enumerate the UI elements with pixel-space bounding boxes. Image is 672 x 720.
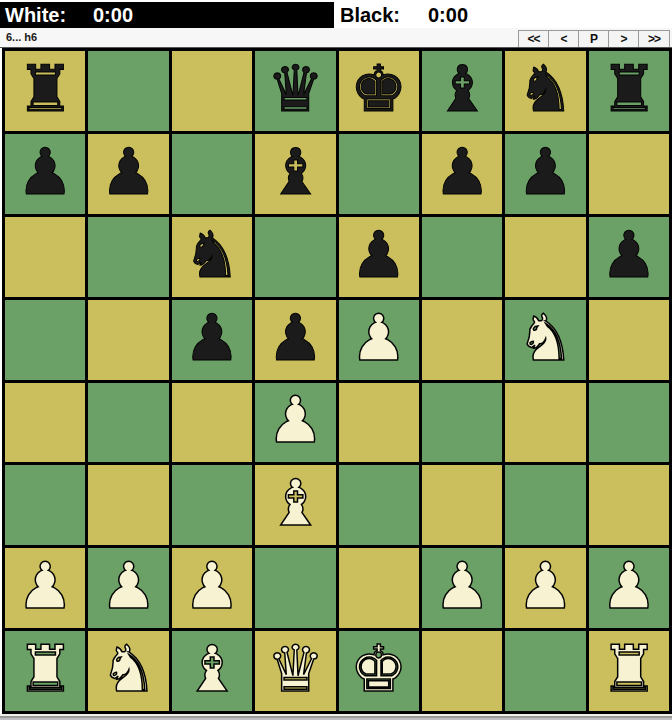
chess-board: ♜♛♚♝♞♜♟♟♝♟♟♞♟♟♟♟♟♞♟♝♟♟♟♟♟♟♜♞♝♛♚♜: [0, 48, 672, 714]
piece-white-pawn: ♟: [267, 388, 324, 452]
piece-white-bishop: ♝: [183, 637, 240, 701]
square-a6[interactable]: [5, 217, 85, 297]
square-e1[interactable]: ♚: [339, 631, 419, 711]
square-b3[interactable]: [88, 465, 168, 545]
square-a8[interactable]: ♜: [5, 51, 85, 131]
square-b2[interactable]: ♟: [88, 548, 168, 628]
square-d8[interactable]: ♛: [255, 51, 335, 131]
square-h5[interactable]: [589, 300, 669, 380]
square-f1[interactable]: [422, 631, 502, 711]
nav-prev-button[interactable]: <: [549, 31, 579, 47]
square-h2[interactable]: ♟: [589, 548, 669, 628]
piece-white-pawn: ♟: [183, 554, 240, 618]
square-e3[interactable]: [339, 465, 419, 545]
square-a7[interactable]: ♟: [5, 134, 85, 214]
piece-black-pawn: ♟: [350, 223, 407, 287]
black-clock: Black: 0:00: [334, 2, 672, 28]
square-g3[interactable]: [505, 465, 585, 545]
square-h4[interactable]: [589, 383, 669, 463]
square-c4[interactable]: [172, 383, 252, 463]
white-clock: White: 0:00: [0, 2, 334, 28]
piece-black-queen: ♛: [267, 57, 324, 121]
square-g8[interactable]: ♞: [505, 51, 585, 131]
square-f3[interactable]: [422, 465, 502, 545]
nav-last-button[interactable]: >>: [639, 31, 669, 47]
square-d4[interactable]: ♟: [255, 383, 335, 463]
square-b4[interactable]: [88, 383, 168, 463]
square-c6[interactable]: ♞: [172, 217, 252, 297]
square-a3[interactable]: [5, 465, 85, 545]
piece-white-queen: ♛: [267, 637, 324, 701]
black-clock-time: 0:00: [428, 4, 468, 27]
square-d3[interactable]: ♝: [255, 465, 335, 545]
square-g1[interactable]: [505, 631, 585, 711]
piece-black-pawn: ♟: [100, 140, 157, 204]
piece-white-pawn: ♟: [600, 554, 657, 618]
piece-black-pawn: ♟: [183, 306, 240, 370]
square-c5[interactable]: ♟: [172, 300, 252, 380]
square-h8[interactable]: ♜: [589, 51, 669, 131]
piece-white-pawn: ♟: [517, 554, 574, 618]
piece-black-bishop: ♝: [433, 57, 490, 121]
square-c1[interactable]: ♝: [172, 631, 252, 711]
piece-black-bishop: ♝: [267, 140, 324, 204]
square-e8[interactable]: ♚: [339, 51, 419, 131]
square-f2[interactable]: ♟: [422, 548, 502, 628]
square-d5[interactable]: ♟: [255, 300, 335, 380]
clock-bar: White: 0:00 Black: 0:00: [0, 0, 672, 28]
piece-white-rook: ♜: [17, 637, 74, 701]
white-clock-label: White:: [5, 4, 93, 27]
piece-white-knight: ♞: [100, 637, 157, 701]
square-c8[interactable]: [172, 51, 252, 131]
nav-play-button[interactable]: P: [579, 31, 609, 47]
piece-black-king: ♚: [350, 57, 407, 121]
piece-black-rook: ♜: [600, 57, 657, 121]
square-c7[interactable]: [172, 134, 252, 214]
piece-black-pawn: ♟: [517, 140, 574, 204]
square-h6[interactable]: ♟: [589, 217, 669, 297]
square-d1[interactable]: ♛: [255, 631, 335, 711]
nav-first-button[interactable]: <<: [519, 31, 549, 47]
square-a5[interactable]: [5, 300, 85, 380]
piece-black-pawn: ♟: [433, 140, 490, 204]
square-b6[interactable]: [88, 217, 168, 297]
square-e7[interactable]: [339, 134, 419, 214]
square-e6[interactable]: ♟: [339, 217, 419, 297]
black-clock-label: Black:: [340, 4, 428, 27]
chess-board-area: ♜♛♚♝♞♜♟♟♝♟♟♞♟♟♟♟♟♞♟♝♟♟♟♟♟♟♜♞♝♛♚♜: [0, 48, 672, 718]
piece-white-knight: ♞: [517, 306, 574, 370]
piece-white-pawn: ♟: [100, 554, 157, 618]
piece-black-pawn: ♟: [17, 140, 74, 204]
square-b1[interactable]: ♞: [88, 631, 168, 711]
square-e2[interactable]: [339, 548, 419, 628]
piece-white-pawn: ♟: [433, 554, 490, 618]
square-c2[interactable]: ♟: [172, 548, 252, 628]
square-b7[interactable]: ♟: [88, 134, 168, 214]
square-g5[interactable]: ♞: [505, 300, 585, 380]
square-b8[interactable]: [88, 51, 168, 131]
square-h1[interactable]: ♜: [589, 631, 669, 711]
piece-black-rook: ♜: [17, 57, 74, 121]
square-f4[interactable]: [422, 383, 502, 463]
square-g4[interactable]: [505, 383, 585, 463]
piece-white-bishop: ♝: [267, 471, 324, 535]
square-f6[interactable]: [422, 217, 502, 297]
square-d2[interactable]: [255, 548, 335, 628]
nav-bar: 6... h6 << < P > >>: [0, 28, 672, 48]
board-frame-gray: [0, 716, 672, 718]
square-a1[interactable]: ♜: [5, 631, 85, 711]
piece-white-king: ♚: [350, 637, 407, 701]
nav-next-button[interactable]: >: [609, 31, 639, 47]
square-e4[interactable]: [339, 383, 419, 463]
piece-black-pawn: ♟: [600, 223, 657, 287]
square-d7[interactable]: ♝: [255, 134, 335, 214]
nav-buttons: << < P > >>: [518, 30, 670, 47]
piece-white-rook: ♜: [600, 637, 657, 701]
piece-black-knight: ♞: [517, 57, 574, 121]
white-clock-time: 0:00: [93, 4, 133, 27]
square-h7[interactable]: [589, 134, 669, 214]
square-b5[interactable]: [88, 300, 168, 380]
square-e5[interactable]: ♟: [339, 300, 419, 380]
piece-white-pawn: ♟: [350, 306, 407, 370]
square-c3[interactable]: [172, 465, 252, 545]
piece-black-knight: ♞: [183, 223, 240, 287]
square-h3[interactable]: [589, 465, 669, 545]
square-f8[interactable]: ♝: [422, 51, 502, 131]
square-a4[interactable]: [5, 383, 85, 463]
square-f7[interactable]: ♟: [422, 134, 502, 214]
square-d6[interactable]: [255, 217, 335, 297]
square-g2[interactable]: ♟: [505, 548, 585, 628]
piece-white-pawn: ♟: [17, 554, 74, 618]
piece-black-pawn: ♟: [267, 306, 324, 370]
square-g6[interactable]: [505, 217, 585, 297]
square-f5[interactable]: [422, 300, 502, 380]
last-move-label: 6... h6: [0, 31, 37, 47]
square-g7[interactable]: ♟: [505, 134, 585, 214]
square-a2[interactable]: ♟: [5, 548, 85, 628]
